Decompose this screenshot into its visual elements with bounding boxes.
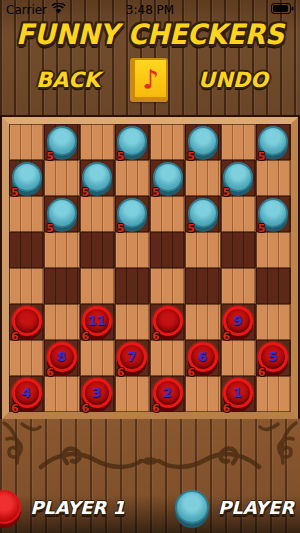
board-cell-3-1[interactable] (44, 232, 79, 268)
board-cell-2-6[interactable] (221, 196, 256, 232)
board-cell-1-1[interactable] (44, 160, 79, 196)
board-cell-0-7[interactable]: 5 (256, 124, 291, 160)
square-corner-label: 6 (152, 331, 160, 342)
square-corner-label: 5 (223, 187, 231, 198)
board-cell-0-0[interactable] (9, 124, 44, 160)
board-cell-1-6[interactable]: 5 (221, 160, 256, 196)
square-corner-label: 5 (46, 223, 54, 234)
board-cell-6-3[interactable]: 76 (115, 340, 150, 376)
board-cell-5-6[interactable]: 96 (221, 304, 256, 340)
square-corner-label: 6 (82, 403, 90, 414)
square-corner-label: 6 (117, 367, 125, 378)
footer-wood-background: PLAYER 1 PLAYER 2 (0, 419, 300, 533)
board-cell-5-1[interactable] (44, 304, 79, 340)
board-grid: 55555555555561166968676665646362616 (9, 124, 291, 412)
player1-label: PLAYER 1 (30, 497, 125, 518)
board-cell-7-3[interactable] (115, 376, 150, 412)
piece-number: 11 (88, 314, 106, 327)
back-button[interactable]: BACK (36, 68, 100, 92)
board-cell-5-3[interactable] (115, 304, 150, 340)
board-cell-7-1[interactable] (44, 376, 79, 412)
board-cell-0-4[interactable] (150, 124, 185, 160)
board-cell-7-7[interactable] (256, 376, 291, 412)
square-corner-label: 6 (223, 403, 231, 414)
board-cell-4-7[interactable] (256, 268, 291, 304)
square-corner-label: 6 (46, 367, 54, 378)
square-corner-label: 6 (187, 367, 195, 378)
piece-number: 9 (234, 314, 243, 327)
board-cell-3-5[interactable] (185, 232, 220, 268)
board-cell-3-3[interactable] (115, 232, 150, 268)
players-legend: PLAYER 1 PLAYER 2 (0, 485, 300, 529)
board-cell-1-7[interactable] (256, 160, 291, 196)
board-cell-3-0[interactable] (9, 232, 44, 268)
board-cell-3-7[interactable] (256, 232, 291, 268)
app-screen: 3:48 PM Carrier FUNNY CHECKERS (0, 0, 300, 533)
board-cell-6-6[interactable] (221, 340, 256, 376)
status-bar: 3:48 PM Carrier (0, 0, 300, 20)
square-corner-label: 5 (258, 151, 266, 162)
board-cell-4-2[interactable] (80, 268, 115, 304)
square-corner-label: 5 (258, 223, 266, 234)
board-cell-4-0[interactable] (9, 268, 44, 304)
status-time: 3:48 PM (0, 3, 300, 17)
board-cell-2-7[interactable]: 5 (256, 196, 291, 232)
square-corner-label: 6 (82, 331, 90, 342)
board-cell-2-3[interactable]: 5 (115, 196, 150, 232)
board-cell-6-0[interactable] (9, 340, 44, 376)
player1-piece-icon (0, 490, 21, 524)
board-cell-6-7[interactable]: 56 (256, 340, 291, 376)
board-cell-3-2[interactable] (80, 232, 115, 268)
piece-number: 4 (22, 386, 31, 399)
piece-number: 6 (198, 350, 207, 363)
board-cell-7-6[interactable]: 16 (221, 376, 256, 412)
board-cell-1-0[interactable]: 5 (9, 160, 44, 196)
board-cell-0-3[interactable]: 5 (115, 124, 150, 160)
square-corner-label: 5 (187, 151, 195, 162)
square-corner-label: 5 (152, 187, 160, 198)
board-cell-1-2[interactable]: 5 (80, 160, 115, 196)
board-cell-4-3[interactable] (115, 268, 150, 304)
board-cell-7-4[interactable]: 26 (150, 376, 185, 412)
square-corner-label: 5 (187, 223, 195, 234)
board-cell-2-0[interactable] (9, 196, 44, 232)
board-cell-4-5[interactable] (185, 268, 220, 304)
square-corner-label: 5 (117, 151, 125, 162)
board-cell-2-4[interactable] (150, 196, 185, 232)
board-cell-6-5[interactable]: 66 (185, 340, 220, 376)
board-cell-7-0[interactable]: 46 (9, 376, 44, 412)
board-cell-6-2[interactable] (80, 340, 115, 376)
square-corner-label: 6 (152, 403, 160, 414)
piece-number: 5 (269, 350, 278, 363)
board-cell-1-5[interactable] (185, 160, 220, 196)
piece-number: 8 (57, 350, 66, 363)
undo-button[interactable]: UNDO (198, 68, 268, 92)
board-cell-7-2[interactable]: 36 (80, 376, 115, 412)
board-cell-0-5[interactable]: 5 (185, 124, 220, 160)
player2-label: PLAYER 2 (218, 497, 300, 518)
piece-number: 7 (128, 350, 137, 363)
page-title: FUNNY CHECKERS (9, 18, 291, 51)
board-cell-0-1[interactable]: 5 (44, 124, 79, 160)
board-cell-1-4[interactable]: 5 (150, 160, 185, 196)
piece-number: 3 (93, 386, 102, 399)
board-cell-2-1[interactable]: 5 (44, 196, 79, 232)
board-cell-6-1[interactable]: 86 (44, 340, 79, 376)
scroll-ornament-icon (35, 445, 265, 481)
player2-piece-icon (175, 490, 209, 524)
board-cell-5-7[interactable] (256, 304, 291, 340)
square-corner-label: 5 (11, 187, 19, 198)
square-corner-label: 6 (258, 367, 266, 378)
board-cell-4-6[interactable] (221, 268, 256, 304)
music-note-icon: ♪ (142, 66, 159, 92)
board-cell-7-5[interactable] (185, 376, 220, 412)
board-cell-6-4[interactable] (150, 340, 185, 376)
board-cell-0-2[interactable] (80, 124, 115, 160)
piece-number: 1 (234, 386, 243, 399)
square-corner-label: 5 (117, 223, 125, 234)
header-controls: BACK ♪ UNDO (0, 56, 300, 108)
board-cell-0-6[interactable] (221, 124, 256, 160)
square-corner-label: 5 (82, 187, 90, 198)
board-cell-5-5[interactable] (185, 304, 220, 340)
board-cell-4-1[interactable] (44, 268, 79, 304)
square-corner-label: 6 (11, 403, 19, 414)
board-cell-3-4[interactable] (150, 232, 185, 268)
board-cell-5-2[interactable]: 116 (80, 304, 115, 340)
board-cell-3-6[interactable] (221, 232, 256, 268)
board-cell-1-3[interactable] (115, 160, 150, 196)
piece-number: 2 (163, 386, 172, 399)
board-cell-2-5[interactable]: 5 (185, 196, 220, 232)
music-toggle-button[interactable]: ♪ (130, 58, 168, 102)
board-cell-4-4[interactable] (150, 268, 185, 304)
checkers-board: 55555555555561166968676665646362616 (2, 117, 298, 419)
square-corner-label: 6 (11, 331, 19, 342)
board-cell-5-0[interactable]: 6 (9, 304, 44, 340)
square-corner-label: 5 (46, 151, 54, 162)
board-cell-5-4[interactable]: 6 (150, 304, 185, 340)
board-cell-2-2[interactable] (80, 196, 115, 232)
square-corner-label: 6 (223, 331, 231, 342)
